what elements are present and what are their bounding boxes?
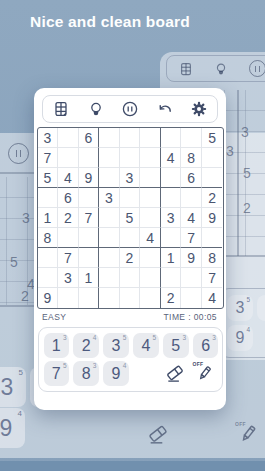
bg-numpad-button: 35 bbox=[0, 367, 26, 407]
remaining-count: 3 bbox=[93, 362, 97, 369]
sudoku-grid: 36574854936632127534984772198317924 bbox=[37, 127, 224, 309]
toolbar bbox=[42, 95, 218, 123]
numpad: 132435455363 758394 OFF bbox=[38, 327, 223, 392]
cell-r6c4[interactable] bbox=[99, 228, 120, 248]
app-screen: Nice and clean board 3 5 4 2 35 45 94 OF… bbox=[0, 0, 265, 471]
bg-number: 5 bbox=[10, 254, 18, 270]
notes-icon bbox=[53, 101, 69, 117]
cell-r2c6[interactable] bbox=[140, 148, 161, 168]
cell-r8c8[interactable] bbox=[181, 268, 202, 288]
bg-number: 2 bbox=[21, 288, 29, 304]
cell-r6c8[interactable]: 7 bbox=[181, 228, 202, 248]
pause-button[interactable] bbox=[121, 100, 139, 118]
cell-r3c3[interactable]: 9 bbox=[79, 168, 100, 188]
remaining-count: 4 bbox=[123, 362, 127, 369]
pause-icon bbox=[249, 60, 265, 77]
cell-r1c2[interactable] bbox=[58, 128, 79, 148]
bg-numpad-button: 94 bbox=[0, 408, 25, 448]
cell-r7c6[interactable] bbox=[140, 248, 161, 268]
cell-r5c4[interactable] bbox=[99, 208, 120, 228]
undo-icon bbox=[157, 101, 173, 117]
cell-r3c7[interactable] bbox=[161, 168, 182, 188]
sudoku-card: 36574854936632127534984772198317924 EASY… bbox=[34, 88, 226, 410]
undo-button[interactable] bbox=[156, 100, 174, 118]
notes-board-button[interactable] bbox=[52, 100, 70, 118]
cell-r7c8[interactable]: 9 bbox=[181, 248, 202, 268]
cell-r9c2[interactable] bbox=[58, 288, 79, 308]
bottom-strip bbox=[0, 461, 265, 471]
cell-r7c4[interactable] bbox=[99, 248, 120, 268]
cell-r9c8[interactable] bbox=[181, 288, 202, 308]
cell-r7c2[interactable]: 7 bbox=[58, 248, 79, 268]
cell-r3c8[interactable]: 6 bbox=[181, 168, 202, 188]
cell-r5c2[interactable]: 2 bbox=[58, 208, 79, 228]
cell-r4c3[interactable] bbox=[79, 188, 100, 208]
bg-number: 3 bbox=[22, 210, 30, 226]
cell-r9c7[interactable]: 2 bbox=[161, 288, 182, 308]
cell-r4c1[interactable] bbox=[38, 188, 59, 208]
bg-numpad-button: 94 bbox=[227, 325, 253, 351]
cell-r9c5[interactable] bbox=[120, 288, 141, 308]
remaining-count: 5 bbox=[153, 334, 157, 341]
cell-r1c9[interactable]: 5 bbox=[202, 128, 223, 148]
cell-r2c3[interactable] bbox=[79, 148, 100, 168]
cell-r3c4[interactable] bbox=[99, 168, 120, 188]
numpad-button-5[interactable]: 53 bbox=[163, 333, 189, 358]
bg-numpad-button: 35 bbox=[227, 295, 253, 321]
cell-r7c9[interactable]: 8 bbox=[202, 248, 223, 268]
pencil-icon: OFF bbox=[237, 423, 259, 445]
cell-r7c3[interactable] bbox=[79, 248, 100, 268]
remaining-count: 4 bbox=[93, 334, 97, 341]
status-row: EASY TIME : 00:05 bbox=[42, 312, 217, 322]
cell-r4c8[interactable] bbox=[181, 188, 202, 208]
cell-r9c9[interactable]: 4 bbox=[202, 288, 223, 308]
cell-r7c1[interactable] bbox=[38, 248, 59, 268]
bg-number: 5 bbox=[243, 165, 251, 181]
cell-r3c5[interactable]: 3 bbox=[120, 168, 141, 188]
cell-r5c6[interactable] bbox=[140, 208, 161, 228]
numpad-button-8[interactable]: 83 bbox=[73, 361, 99, 386]
numpad-button-2[interactable]: 24 bbox=[73, 333, 99, 358]
cell-r3c6[interactable] bbox=[140, 168, 161, 188]
bg-number: 3 bbox=[226, 143, 234, 159]
cell-r3c1[interactable]: 5 bbox=[38, 168, 59, 188]
cell-r2c2[interactable] bbox=[58, 148, 79, 168]
time-label: TIME : 00:05 bbox=[164, 312, 217, 322]
bg-number: 3 bbox=[241, 124, 249, 140]
cell-r8c9[interactable]: 7 bbox=[202, 268, 223, 288]
cell-r1c4[interactable] bbox=[99, 128, 120, 148]
remaining-count: 3 bbox=[182, 334, 186, 341]
cell-r2c1[interactable]: 7 bbox=[38, 148, 59, 168]
pause-icon bbox=[8, 143, 29, 164]
cell-r6c7[interactable] bbox=[161, 228, 182, 248]
cell-r8c7[interactable] bbox=[161, 268, 182, 288]
cell-r1c7[interactable] bbox=[161, 128, 182, 148]
cell-r8c3[interactable]: 1 bbox=[79, 268, 100, 288]
remaining-count: 3 bbox=[63, 334, 67, 341]
cell-r9c3[interactable] bbox=[79, 288, 100, 308]
difficulty-label: EASY bbox=[42, 312, 66, 322]
pause-icon bbox=[122, 101, 138, 117]
cell-r6c9[interactable] bbox=[202, 228, 223, 248]
cell-r9c1[interactable]: 9 bbox=[38, 288, 59, 308]
cell-r5c5[interactable]: 5 bbox=[120, 208, 141, 228]
pencil-toggle-button[interactable]: OFF bbox=[192, 361, 217, 386]
numpad-button-1[interactable]: 13 bbox=[44, 333, 70, 358]
cell-r4c7[interactable] bbox=[161, 188, 182, 208]
cell-r5c1[interactable]: 1 bbox=[38, 208, 59, 228]
cell-r8c1[interactable] bbox=[38, 268, 59, 288]
cell-r6c1[interactable]: 8 bbox=[38, 228, 59, 248]
eraser-icon bbox=[165, 364, 185, 384]
cell-r6c3[interactable] bbox=[79, 228, 100, 248]
cell-r2c5[interactable] bbox=[120, 148, 141, 168]
cell-r4c9[interactable]: 2 bbox=[202, 188, 223, 208]
cell-r1c1[interactable]: 3 bbox=[38, 128, 59, 148]
cell-r8c4[interactable] bbox=[99, 268, 120, 288]
cell-r3c9[interactable] bbox=[202, 168, 223, 188]
cell-r9c4[interactable] bbox=[99, 288, 120, 308]
cell-r2c4[interactable] bbox=[99, 148, 120, 168]
pencil-state-label: OFF bbox=[193, 361, 204, 367]
cell-r7c7[interactable]: 1 bbox=[161, 248, 182, 268]
remaining-count: 5 bbox=[123, 334, 127, 341]
bg-toolbar bbox=[166, 55, 265, 82]
numpad-button-4[interactable]: 45 bbox=[133, 333, 159, 358]
cell-r9c6[interactable] bbox=[140, 288, 161, 308]
numpad-button-3[interactable]: 35 bbox=[103, 333, 129, 358]
cell-r8c2[interactable]: 3 bbox=[58, 268, 79, 288]
hint-button[interactable] bbox=[87, 100, 105, 118]
cell-r2c8[interactable]: 8 bbox=[181, 148, 202, 168]
cell-r4c6[interactable] bbox=[140, 188, 161, 208]
cell-r6c5[interactable] bbox=[120, 228, 141, 248]
cell-r1c8[interactable] bbox=[181, 128, 202, 148]
cell-r5c8[interactable]: 4 bbox=[181, 208, 202, 228]
cell-r4c5[interactable] bbox=[120, 188, 141, 208]
numpad-button-7[interactable]: 75 bbox=[44, 361, 70, 386]
settings-button[interactable] bbox=[190, 100, 208, 118]
notes-icon bbox=[179, 62, 193, 76]
eraser-icon bbox=[147, 424, 169, 446]
bg-number: 2 bbox=[243, 200, 251, 216]
cell-r4c4[interactable]: 3 bbox=[99, 188, 120, 208]
bulb-icon bbox=[88, 101, 104, 117]
cell-r5c3[interactable]: 7 bbox=[79, 208, 100, 228]
cell-r2c9[interactable] bbox=[202, 148, 223, 168]
cell-r5c7[interactable]: 3 bbox=[161, 208, 182, 228]
cell-r1c6[interactable] bbox=[140, 128, 161, 148]
cell-r4c2[interactable]: 6 bbox=[58, 188, 79, 208]
cell-r8c5[interactable] bbox=[120, 268, 141, 288]
remaining-count: 5 bbox=[63, 362, 67, 369]
gear-icon bbox=[191, 101, 207, 117]
page-title: Nice and clean board bbox=[30, 13, 190, 31]
cell-r6c6[interactable]: 4 bbox=[140, 228, 161, 248]
numpad-button-9[interactable]: 94 bbox=[103, 361, 129, 386]
cell-r1c5[interactable] bbox=[120, 128, 141, 148]
cell-r3c2[interactable]: 4 bbox=[58, 168, 79, 188]
cell-r5c9[interactable]: 9 bbox=[202, 208, 223, 228]
cell-r1c3[interactable]: 6 bbox=[79, 128, 100, 148]
cell-r8c6[interactable] bbox=[140, 268, 161, 288]
cell-r6c2[interactable] bbox=[58, 228, 79, 248]
numpad-button-6[interactable]: 63 bbox=[193, 333, 219, 358]
cell-r7c5[interactable]: 2 bbox=[120, 248, 141, 268]
remaining-count: 3 bbox=[212, 334, 216, 341]
bg-numpad-button: 4 bbox=[257, 295, 265, 321]
bulb-icon bbox=[214, 62, 228, 76]
cell-r2c7[interactable]: 4 bbox=[161, 148, 182, 168]
eraser-button[interactable] bbox=[162, 361, 187, 386]
